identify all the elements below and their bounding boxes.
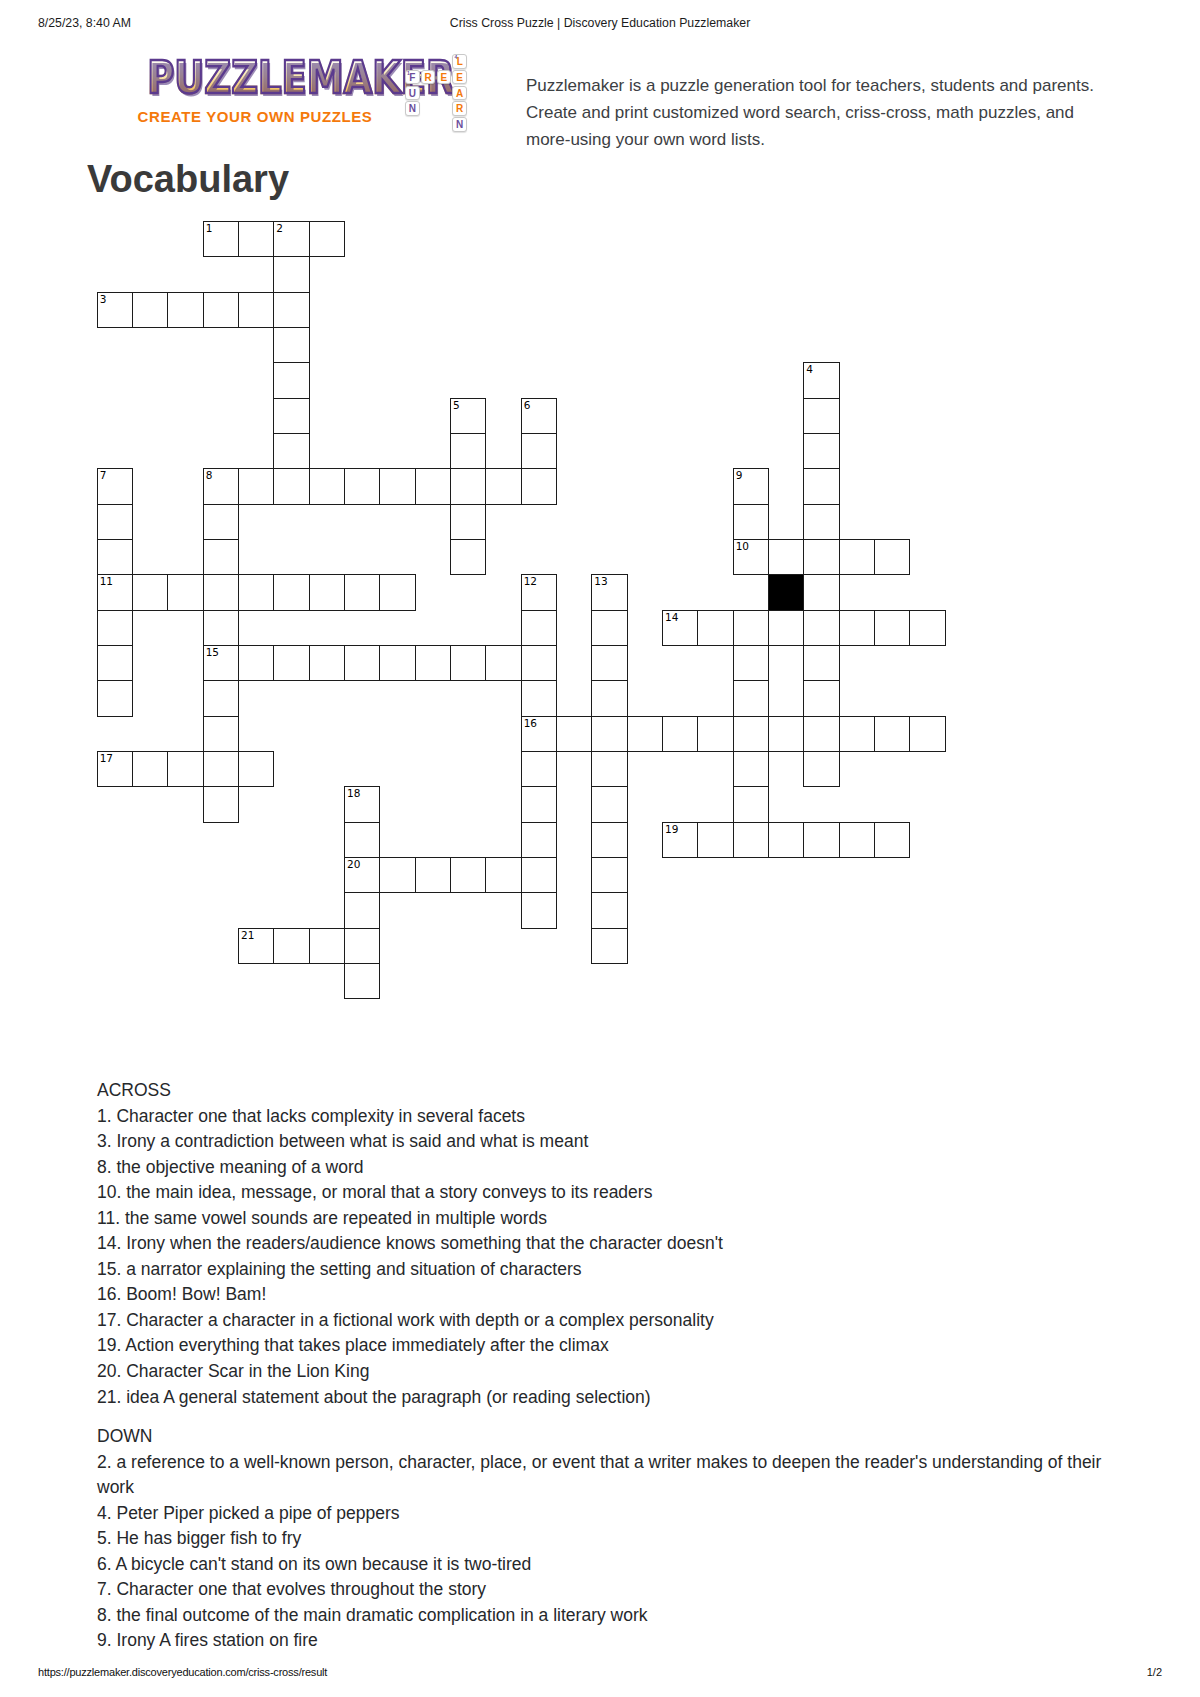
across-clue-list: 1. Character one that lacks complexity i… [97,1104,1117,1411]
grid-cell [97,539,133,575]
grid-cell [273,398,309,434]
grid-cell [803,716,839,752]
grid-cell [415,468,451,504]
grid-cell [238,292,274,328]
grid-cell [167,292,203,328]
grid-cell [803,539,839,575]
grid-cell [203,716,239,752]
down-clue-7: 7. Character one that evolves throughout… [97,1577,1117,1603]
logo-tile-F: F1 [405,70,420,85]
down-clues-section: DOWN 2. a reference to a well-known pers… [97,1424,1117,1654]
across-clue-21: 21. idea A general statement about the p… [97,1385,1117,1411]
grid-cell [203,292,239,328]
grid-cell [591,786,627,822]
grid-cell [803,433,839,469]
footer-page-number: 1/2 [1147,1666,1162,1678]
grid-cell [697,822,733,858]
grid-cell [344,645,380,681]
cell-number-14: 14 [665,612,678,623]
down-clue-9: 9. Irony A fires station on fire [97,1628,1117,1654]
grid-cell [591,751,627,787]
print-doc-title: Criss Cross Puzzle | Discovery Education… [0,16,1200,30]
logo-tile-A: A [452,86,467,101]
grid-cell [839,610,875,646]
grid-cell [97,645,133,681]
grid-cell [521,645,557,681]
grid-cell [344,574,380,610]
grid-cell [238,645,274,681]
footer-url: https://puzzlemaker.discoveryeducation.c… [38,1666,327,1678]
grid-cell [697,716,733,752]
grid-cell [379,857,415,893]
across-clue-14: 14. Irony when the readers/audience know… [97,1231,1117,1257]
grid-cell [344,822,380,858]
grid-cell [733,504,769,540]
grid-cell [733,786,769,822]
grid-cell [839,716,875,752]
grid-cell [415,857,451,893]
across-clue-20: 20. Character Scar in the Lion King [97,1359,1117,1385]
logo-tile-N: N [405,101,420,116]
grid-cell [485,468,521,504]
logo-mini-crossword: L4F1REEUANRN [405,54,469,134]
cell-number-11: 11 [100,576,113,587]
cell-number-4: 4 [806,364,813,375]
grid-cell [344,963,380,999]
cell-number-12: 12 [524,576,537,587]
grid-cell [309,221,345,257]
grid-cell [521,680,557,716]
cell-number-16: 16 [524,718,537,729]
grid-cell [803,398,839,434]
down-title: DOWN [97,1424,1117,1450]
grid-cell [521,786,557,822]
down-clue-6: 6. A bicycle can't stand on its own beca… [97,1552,1117,1578]
grid-cell [379,645,415,681]
logo-tile-E: E [437,70,452,85]
cell-number-17: 17 [100,753,113,764]
grid-cell [803,574,839,610]
across-clue-10: 10. the main idea, message, or moral tha… [97,1180,1117,1206]
grid-cell [132,751,168,787]
grid-cell [521,751,557,787]
logo-tile-L: L4 [452,54,467,69]
grid-cell [768,539,804,575]
grid-cell [733,751,769,787]
grid-cell [521,468,557,504]
grid-cell [450,504,486,540]
grid-cell [203,504,239,540]
grid-cell [450,433,486,469]
grid-cell [591,645,627,681]
grid-cell [132,292,168,328]
grid-cell [309,468,345,504]
grid-cell [591,822,627,858]
across-clue-3: 3. Irony a contradiction between what is… [97,1129,1117,1155]
grid-cell [803,751,839,787]
logo-tile-R: R [421,70,436,85]
across-clue-15: 15. a narrator explaining the setting an… [97,1257,1117,1283]
grid-cell [521,433,557,469]
grid-cell [874,822,910,858]
cell-number-5: 5 [453,400,460,411]
down-clue-8: 8. the final outcome of the main dramati… [97,1603,1117,1629]
cell-number-6: 6 [524,400,531,411]
cell-number-20: 20 [347,859,360,870]
grid-cell [627,716,663,752]
across-clue-16: 16. Boom! Bow! Bam! [97,1282,1117,1308]
grid-cell [450,857,486,893]
cell-number-18: 18 [347,788,360,799]
grid-cell [203,680,239,716]
grid-cell [309,574,345,610]
cell-number-9: 9 [736,470,743,481]
grid-cell [803,822,839,858]
grid-cell [273,468,309,504]
grid-cell [238,574,274,610]
grid-cell [97,680,133,716]
puzzlemaker-logo: PUZZLEMAKER CREATE YOUR OWN PUZZLES [118,54,392,125]
down-clue-2: 2. a reference to a well-known person, c… [97,1450,1117,1501]
grid-cell [344,928,380,964]
grid-cell [697,610,733,646]
cell-number-10: 10 [736,541,749,552]
grid-cell [803,610,839,646]
across-clue-19: 19. Action everything that takes place i… [97,1333,1117,1359]
grid-cell [273,433,309,469]
grid-cell [803,468,839,504]
grid-cell [909,610,945,646]
grid-cell [344,892,380,928]
logo-tile-E: E [452,70,467,85]
grid-cell [521,892,557,928]
grid-cell [415,645,451,681]
grid-cell [768,822,804,858]
cell-number-13: 13 [594,576,607,587]
grid-cell [485,857,521,893]
grid-cell [238,468,274,504]
grid-cell [733,680,769,716]
across-clue-8: 8. the objective meaning of a word [97,1155,1117,1181]
grid-cell [203,751,239,787]
cell-number-1: 1 [206,223,213,234]
grid-cell [132,574,168,610]
grid-cell [803,680,839,716]
down-clue-4: 4. Peter Piper picked a pipe of peppers [97,1501,1117,1527]
grid-cell [591,892,627,928]
down-clue-5: 5. He has bigger fish to fry [97,1526,1117,1552]
logo-tile-R: R [452,101,467,116]
grid-cell [591,928,627,964]
grid-cell [309,928,345,964]
logo-tagline: CREATE YOUR OWN PUZZLES [118,108,392,125]
grid-cell [591,716,627,752]
page-title: Vocabulary [87,158,289,201]
grid-cell [450,645,486,681]
grid-cell [733,716,769,752]
grid-cell [521,857,557,893]
grid-cell [909,716,945,752]
grid-cell [662,716,698,752]
grid-cell [874,716,910,752]
grid-cell [273,574,309,610]
cell-number-7: 7 [100,470,107,481]
across-clue-17: 17. Character a character in a fictional… [97,1308,1117,1334]
cell-number-3: 3 [100,294,107,305]
down-clue-list: 2. a reference to a well-known person, c… [97,1450,1117,1654]
cell-number-21: 21 [241,930,254,941]
across-clues-section: ACROSS 1. Character one that lacks compl… [97,1078,1117,1410]
grid-cell [556,716,592,752]
grid-cell [309,645,345,681]
cell-number-8: 8 [206,470,213,481]
grid-cell [874,610,910,646]
grid-cell [273,292,309,328]
grid-cell [379,468,415,504]
grid-cell [450,539,486,575]
grid-cell [839,822,875,858]
grid-cell [803,504,839,540]
grid-cell [203,786,239,822]
grid-cell [450,468,486,504]
grid-cell [203,574,239,610]
grid-cell [273,256,309,292]
across-clue-1: 1. Character one that lacks complexity i… [97,1104,1117,1130]
grid-cell [273,645,309,681]
logo-tile-N: N [452,117,467,132]
grid-cell [97,610,133,646]
grid-cell [273,327,309,363]
grid-cell [839,539,875,575]
intro-text: Puzzlemaker is a puzzle generation tool … [526,72,1122,154]
cell-number-19: 19 [665,824,678,835]
grid-cell [97,504,133,540]
grid-cell [273,928,309,964]
grid-cell [768,610,804,646]
logo-tile-number: 4 [454,55,457,60]
logo-tile-U: U [405,86,420,101]
grid-cell [344,468,380,504]
grid-cell [203,610,239,646]
grid-cell [379,574,415,610]
grid-cell [733,822,769,858]
grid-cell [238,221,274,257]
grid-cell [167,574,203,610]
grid-cell [521,610,557,646]
cell-number-15: 15 [206,647,219,658]
across-clue-11: 11. the same vowel sounds are repeated i… [97,1206,1117,1232]
cell-number-2: 2 [276,223,283,234]
grid-cell [733,610,769,646]
grid-cell [238,751,274,787]
grid-cell [591,680,627,716]
grid-cell [273,362,309,398]
logo-tile-number: 1 [407,71,410,76]
grid-cell [591,610,627,646]
grid-cell [203,539,239,575]
grid-cell-black [768,574,804,610]
grid-cell [485,645,521,681]
grid-cell [733,645,769,681]
grid-cell [803,645,839,681]
across-title: ACROSS [97,1078,1117,1104]
grid-cell [591,857,627,893]
grid-cell [768,716,804,752]
grid-cell [874,539,910,575]
grid-cell [167,751,203,787]
grid-cell [521,822,557,858]
